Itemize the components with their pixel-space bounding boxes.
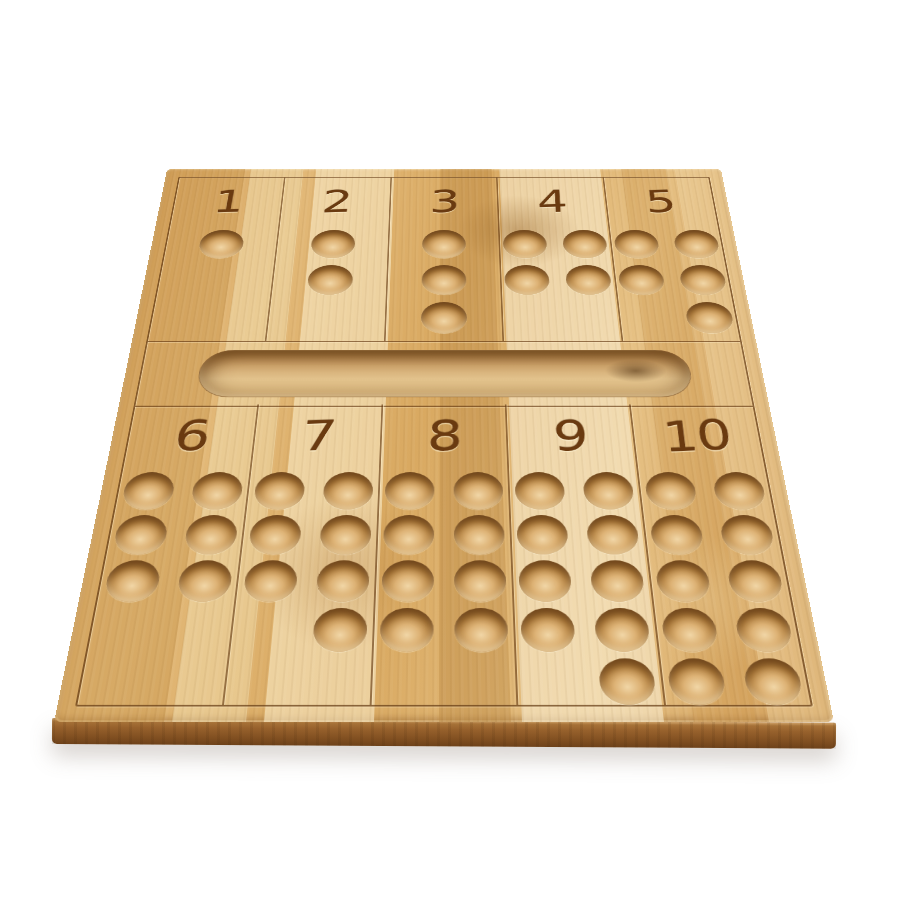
- marble-tray: [195, 350, 694, 397]
- counting-hole: [515, 472, 566, 509]
- board-front-edge: [52, 718, 836, 749]
- top-row: 1 2 3 4 5: [148, 178, 740, 341]
- counting-hole: [666, 658, 727, 704]
- counting-hole: [586, 515, 640, 554]
- hole-group-3: [421, 230, 467, 333]
- counting-hole: [617, 265, 666, 295]
- hole-stack: [454, 472, 509, 652]
- counting-hole: [649, 515, 705, 554]
- hole-stack: [515, 472, 577, 652]
- engraved-number-7: 7: [298, 407, 338, 466]
- counting-hole: [242, 560, 298, 602]
- counting-hole: [660, 608, 719, 652]
- counting-hole: [183, 515, 239, 554]
- counting-hole: [594, 608, 652, 652]
- counting-hole: [726, 560, 785, 602]
- counting-hole: [519, 560, 573, 602]
- hole-group-9: [515, 472, 658, 705]
- number-column-8: 8: [369, 404, 516, 704]
- counting-hole: [742, 658, 805, 704]
- engraved-number-10: 10: [659, 407, 734, 467]
- engraved-number-6: 6: [169, 407, 214, 466]
- hole-stack: [379, 472, 434, 652]
- counting-hole: [103, 560, 162, 602]
- product-photo-stage: 1 2 3 4 5: [0, 0, 900, 900]
- engraved-number-4: 4: [537, 181, 568, 224]
- counting-hole: [454, 515, 505, 554]
- board-scene: 1 2 3 4 5: [54, 0, 834, 722]
- counting-hole: [678, 265, 728, 295]
- counting-hole: [383, 515, 434, 554]
- counting-hole: [590, 560, 646, 602]
- hole-group-2: [306, 230, 355, 295]
- counting-hole: [684, 302, 735, 333]
- hole-stack: [503, 230, 551, 295]
- counting-hole: [384, 472, 434, 509]
- counting-hole: [521, 608, 577, 652]
- engraved-number-1: 1: [209, 181, 246, 224]
- counting-hole: [517, 515, 570, 554]
- hole-stack: [176, 472, 244, 602]
- counting-hole: [733, 608, 794, 652]
- counting-hole: [672, 230, 720, 258]
- hole-stack: [613, 230, 666, 295]
- counting-hole: [306, 265, 353, 295]
- counting-hole: [654, 560, 711, 602]
- counting-hole: [253, 472, 306, 509]
- counting-hole: [121, 472, 177, 509]
- engraved-number-3: 3: [429, 181, 459, 224]
- hole-group-8: [379, 472, 508, 652]
- hole-group-4: [503, 230, 613, 295]
- hole-group-5: [613, 230, 735, 333]
- number-column-4: 4: [496, 178, 621, 341]
- counting-hole: [454, 608, 508, 652]
- hole-stack: [562, 230, 612, 295]
- counting-hole: [613, 230, 660, 258]
- engraved-number-8: 8: [426, 407, 461, 466]
- engraved-number-2: 2: [319, 181, 353, 224]
- bottom-row: 6 7 8 9 10: [77, 404, 810, 704]
- engraved-number-9: 9: [552, 407, 589, 466]
- counting-hole: [562, 230, 608, 258]
- counting-hole: [711, 472, 767, 509]
- counting-hole: [454, 560, 507, 602]
- counting-hole: [422, 230, 466, 258]
- counting-hole: [504, 265, 550, 295]
- hole-stack: [242, 472, 305, 602]
- counting-hole: [718, 515, 775, 554]
- counting-hole: [190, 472, 244, 509]
- counting-hole: [583, 472, 636, 509]
- middle-band: [135, 341, 753, 407]
- counting-hole: [315, 560, 369, 602]
- hole-group-6: [103, 472, 244, 602]
- counting-hole: [422, 265, 467, 295]
- counting-hole: [565, 265, 612, 295]
- counting-hole: [322, 472, 373, 509]
- hole-stack: [306, 230, 355, 295]
- counting-hole: [644, 472, 698, 509]
- hole-group-7: [237, 472, 374, 652]
- counting-hole: [112, 515, 169, 554]
- engraved-number-5: 5: [643, 181, 677, 224]
- counting-hole: [310, 230, 356, 258]
- counting-hole: [421, 302, 467, 333]
- hole-group-1: [198, 230, 246, 258]
- counting-hole: [598, 658, 657, 704]
- counting-hole: [454, 472, 504, 509]
- counting-hole: [248, 515, 302, 554]
- hole-stack: [421, 230, 467, 333]
- counting-board: 1 2 3 4 5: [54, 169, 834, 722]
- counting-hole: [198, 230, 246, 258]
- counting-hole: [319, 515, 372, 554]
- hole-stack: [198, 230, 246, 258]
- counting-hole: [312, 608, 368, 652]
- number-column-2: 2: [265, 178, 390, 341]
- counting-hole: [503, 230, 548, 258]
- counting-hole: [379, 608, 433, 652]
- counting-hole: [381, 560, 434, 602]
- counting-hole: [176, 560, 233, 602]
- number-column-3: 3: [384, 178, 503, 341]
- hole-stack: [312, 472, 374, 652]
